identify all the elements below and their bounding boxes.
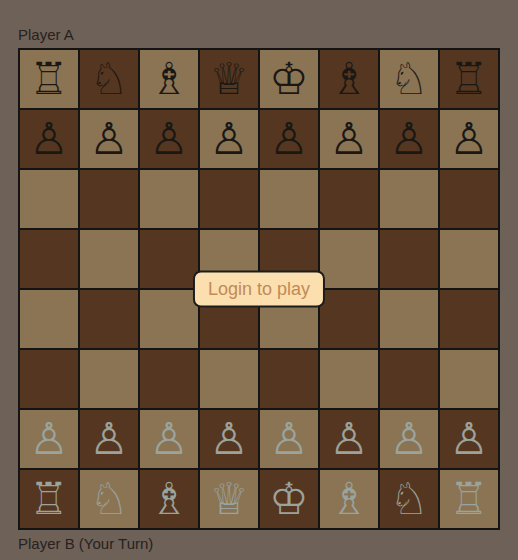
square-a8[interactable]: ♖: [20, 50, 78, 108]
piece-white-queen: ♕: [209, 477, 248, 521]
piece-black-queen: ♕: [209, 57, 248, 101]
square-b4[interactable]: [80, 290, 138, 348]
square-e2[interactable]: ♙: [260, 410, 318, 468]
square-b3[interactable]: [80, 350, 138, 408]
piece-white-pawn: ♙: [209, 417, 248, 461]
square-f5[interactable]: [320, 230, 378, 288]
square-a3[interactable]: [20, 350, 78, 408]
square-d7[interactable]: ♙: [200, 110, 258, 168]
square-c4[interactable]: [140, 290, 198, 348]
square-f2[interactable]: ♙: [320, 410, 378, 468]
piece-black-pawn: ♙: [449, 117, 488, 161]
piece-black-knight: ♘: [89, 57, 128, 101]
piece-white-rook: ♖: [449, 477, 488, 521]
square-g7[interactable]: ♙: [380, 110, 438, 168]
square-h8[interactable]: ♖: [440, 50, 498, 108]
piece-white-pawn: ♙: [89, 417, 128, 461]
piece-black-knight: ♘: [389, 57, 428, 101]
piece-white-bishop: ♗: [329, 477, 368, 521]
square-f3[interactable]: [320, 350, 378, 408]
square-c8[interactable]: ♗: [140, 50, 198, 108]
piece-black-pawn: ♙: [269, 117, 308, 161]
square-d6[interactable]: [200, 170, 258, 228]
piece-white-king: ♔: [269, 477, 308, 521]
square-c2[interactable]: ♙: [140, 410, 198, 468]
square-g4[interactable]: [380, 290, 438, 348]
piece-black-pawn: ♙: [209, 117, 248, 161]
piece-black-king: ♔: [269, 57, 308, 101]
square-a2[interactable]: ♙: [20, 410, 78, 468]
piece-black-pawn: ♙: [29, 117, 68, 161]
square-g6[interactable]: [380, 170, 438, 228]
square-h7[interactable]: ♙: [440, 110, 498, 168]
piece-black-rook: ♖: [449, 57, 488, 101]
square-c5[interactable]: [140, 230, 198, 288]
square-g2[interactable]: ♙: [380, 410, 438, 468]
square-f8[interactable]: ♗: [320, 50, 378, 108]
square-a1[interactable]: ♖: [20, 470, 78, 528]
piece-black-pawn: ♙: [389, 117, 428, 161]
square-h1[interactable]: ♖: [440, 470, 498, 528]
piece-black-bishop: ♗: [329, 57, 368, 101]
square-h2[interactable]: ♙: [440, 410, 498, 468]
square-h5[interactable]: [440, 230, 498, 288]
square-b1[interactable]: ♘: [80, 470, 138, 528]
piece-white-rook: ♖: [29, 477, 68, 521]
square-b6[interactable]: [80, 170, 138, 228]
square-c6[interactable]: [140, 170, 198, 228]
piece-white-pawn: ♙: [389, 417, 428, 461]
square-g1[interactable]: ♘: [380, 470, 438, 528]
square-d8[interactable]: ♕: [200, 50, 258, 108]
piece-black-rook: ♖: [29, 57, 68, 101]
square-d3[interactable]: [200, 350, 258, 408]
chess-board: ♖♘♗♕♔♗♘♖♙♙♙♙♙♙♙♙♙♙♙♙♙♙♙♙♖♘♗♕♔♗♘♖Login to…: [18, 48, 500, 530]
piece-white-pawn: ♙: [269, 417, 308, 461]
square-c1[interactable]: ♗: [140, 470, 198, 528]
player-a-label: Player A: [18, 0, 518, 44]
piece-black-bishop: ♗: [149, 57, 188, 101]
piece-white-pawn: ♙: [329, 417, 368, 461]
square-e3[interactable]: [260, 350, 318, 408]
square-a5[interactable]: [20, 230, 78, 288]
square-e8[interactable]: ♔: [260, 50, 318, 108]
square-h6[interactable]: [440, 170, 498, 228]
piece-black-pawn: ♙: [149, 117, 188, 161]
square-d2[interactable]: ♙: [200, 410, 258, 468]
piece-white-knight: ♘: [89, 477, 128, 521]
square-a7[interactable]: ♙: [20, 110, 78, 168]
piece-white-pawn: ♙: [149, 417, 188, 461]
square-c7[interactable]: ♙: [140, 110, 198, 168]
square-d1[interactable]: ♕: [200, 470, 258, 528]
square-h4[interactable]: [440, 290, 498, 348]
square-b8[interactable]: ♘: [80, 50, 138, 108]
square-e6[interactable]: [260, 170, 318, 228]
square-f4[interactable]: [320, 290, 378, 348]
square-g8[interactable]: ♘: [380, 50, 438, 108]
login-to-play-button[interactable]: Login to play: [193, 271, 325, 308]
square-f6[interactable]: [320, 170, 378, 228]
piece-white-pawn: ♙: [449, 417, 488, 461]
piece-black-pawn: ♙: [329, 117, 368, 161]
square-a6[interactable]: [20, 170, 78, 228]
square-f1[interactable]: ♗: [320, 470, 378, 528]
square-e1[interactable]: ♔: [260, 470, 318, 528]
player-b-label: Player B (Your Turn): [18, 535, 518, 553]
square-b7[interactable]: ♙: [80, 110, 138, 168]
chess-app: Player A ♖♘♗♕♔♗♘♖♙♙♙♙♙♙♙♙♙♙♙♙♙♙♙♙♖♘♗♕♔♗♘…: [0, 0, 518, 560]
square-b2[interactable]: ♙: [80, 410, 138, 468]
piece-white-pawn: ♙: [29, 417, 68, 461]
square-g3[interactable]: [380, 350, 438, 408]
square-f7[interactable]: ♙: [320, 110, 378, 168]
piece-black-pawn: ♙: [89, 117, 128, 161]
piece-white-knight: ♘: [389, 477, 428, 521]
square-g5[interactable]: [380, 230, 438, 288]
square-a4[interactable]: [20, 290, 78, 348]
square-e7[interactable]: ♙: [260, 110, 318, 168]
square-b5[interactable]: [80, 230, 138, 288]
piece-white-bishop: ♗: [149, 477, 188, 521]
square-h3[interactable]: [440, 350, 498, 408]
square-c3[interactable]: [140, 350, 198, 408]
